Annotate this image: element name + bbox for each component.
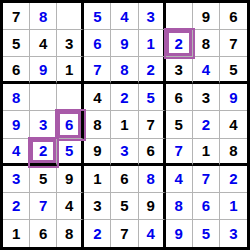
cell-r8c7[interactable]: 8	[166, 193, 193, 220]
cell-r5c6[interactable]: 7	[139, 111, 166, 138]
cell-r6c6[interactable]: 6	[139, 139, 166, 166]
cell-r6c2[interactable]: 2	[30, 139, 57, 166]
cell-r3c3[interactable]: 1	[57, 57, 84, 84]
cell-r3c1[interactable]: 6	[3, 57, 30, 84]
cell-r2c1[interactable]: 5	[3, 30, 30, 57]
cell-r2c6[interactable]: 1	[139, 30, 166, 57]
cell-r3c6[interactable]: 2	[139, 57, 166, 84]
cell-r4c1[interactable]: 8	[3, 84, 30, 111]
cell-r9c2[interactable]: 6	[30, 220, 57, 247]
cell-r1c2[interactable]: 8	[30, 3, 57, 30]
cell-r6c3[interactable]: 5	[57, 139, 84, 166]
cell-r3c4[interactable]: 7	[84, 57, 111, 84]
cell-r4c3[interactable]	[57, 84, 84, 111]
cell-r4c7[interactable]: 6	[166, 84, 193, 111]
cell-r4c6[interactable]: 5	[139, 84, 166, 111]
cell-r7c1[interactable]: 3	[3, 166, 30, 193]
cell-r7c2[interactable]: 5	[30, 166, 57, 193]
cell-r3c8[interactable]: 4	[193, 57, 220, 84]
cell-r7c5[interactable]: 6	[111, 166, 138, 193]
cell-r5c2[interactable]: 3	[30, 111, 57, 138]
cell-r9c9[interactable]: 3	[220, 220, 247, 247]
cell-r6c7[interactable]: 7	[166, 139, 193, 166]
cell-r5c1[interactable]: 9	[3, 111, 30, 138]
cell-r5c9[interactable]: 4	[220, 111, 247, 138]
cell-r4c9[interactable]: 9	[220, 84, 247, 111]
cell-r3c5[interactable]: 8	[111, 57, 138, 84]
cell-r2c7[interactable]: 2	[166, 30, 193, 57]
cell-r8c3[interactable]: 4	[57, 193, 84, 220]
cell-r8c4[interactable]: 3	[84, 193, 111, 220]
cell-r1c1[interactable]: 7	[3, 3, 30, 30]
cell-r9c7[interactable]: 9	[166, 220, 193, 247]
cell-r2c2[interactable]: 4	[30, 30, 57, 57]
cell-r5c3[interactable]: 6	[57, 111, 84, 138]
cell-r6c1[interactable]: 4	[3, 139, 30, 166]
cell-r8c2[interactable]: 7	[30, 193, 57, 220]
cell-r4c4[interactable]: 4	[84, 84, 111, 111]
cell-r7c7[interactable]: 4	[166, 166, 193, 193]
cell-r6c4[interactable]: 9	[84, 139, 111, 166]
cell-r3c9[interactable]: 5	[220, 57, 247, 84]
cell-r1c6[interactable]: 3	[139, 3, 166, 30]
cell-r7c8[interactable]: 7	[193, 166, 220, 193]
cell-r8c1[interactable]: 2	[3, 193, 30, 220]
cell-r9c4[interactable]: 2	[84, 220, 111, 247]
cell-r7c4[interactable]: 1	[84, 166, 111, 193]
cell-r2c9[interactable]: 7	[220, 30, 247, 57]
cell-r9c5[interactable]: 7	[111, 220, 138, 247]
cell-r6c8[interactable]: 1	[193, 139, 220, 166]
cell-r6c9[interactable]: 8	[220, 139, 247, 166]
cell-r9c8[interactable]: 5	[193, 220, 220, 247]
cell-r2c3[interactable]: 3	[57, 30, 84, 57]
sudoku-board: 7854396543691287691782345842563993681752…	[0, 0, 250, 250]
cell-r2c8[interactable]: 8	[193, 30, 220, 57]
cell-r2c4[interactable]: 6	[84, 30, 111, 57]
cell-r9c3[interactable]: 8	[57, 220, 84, 247]
cell-r7c9[interactable]: 2	[220, 166, 247, 193]
cell-r8c9[interactable]: 1	[220, 193, 247, 220]
cell-r5c5[interactable]: 1	[111, 111, 138, 138]
cell-r6c5[interactable]: 3	[111, 139, 138, 166]
cell-r5c8[interactable]: 2	[193, 111, 220, 138]
cell-r4c8[interactable]: 3	[193, 84, 220, 111]
cell-r7c6[interactable]: 8	[139, 166, 166, 193]
cell-r3c2[interactable]: 9	[30, 57, 57, 84]
cell-r7c3[interactable]: 9	[57, 166, 84, 193]
cell-r2c5[interactable]: 9	[111, 30, 138, 57]
cell-r9c6[interactable]: 4	[139, 220, 166, 247]
cell-r9c1[interactable]: 1	[3, 220, 30, 247]
cell-r4c5[interactable]: 2	[111, 84, 138, 111]
cell-r1c4[interactable]: 5	[84, 3, 111, 30]
cell-r1c3[interactable]	[57, 3, 84, 30]
cell-r4c2[interactable]	[30, 84, 57, 111]
cell-r1c8[interactable]: 9	[193, 3, 220, 30]
cell-r8c8[interactable]: 6	[193, 193, 220, 220]
cell-r8c6[interactable]: 9	[139, 193, 166, 220]
cell-r1c7[interactable]	[166, 3, 193, 30]
cell-r5c4[interactable]: 8	[84, 111, 111, 138]
cell-r5c7[interactable]: 5	[166, 111, 193, 138]
cell-r8c5[interactable]: 5	[111, 193, 138, 220]
cell-r3c7[interactable]: 3	[166, 57, 193, 84]
cell-r1c5[interactable]: 4	[111, 3, 138, 30]
cell-r1c9[interactable]: 6	[220, 3, 247, 30]
